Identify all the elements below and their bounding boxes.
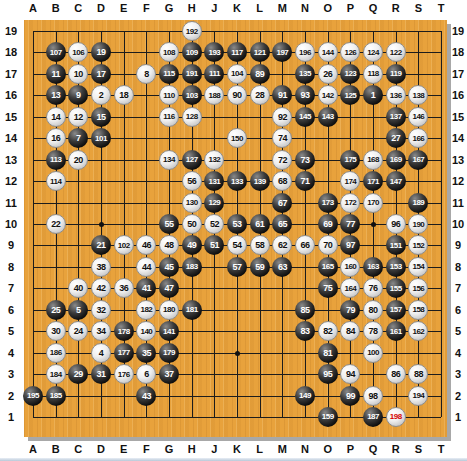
move-number: 98: [369, 391, 378, 401]
move-number: 175: [344, 155, 356, 164]
stone-P6[interactable]: 79: [340, 300, 360, 320]
row-label-right: 3: [455, 368, 461, 380]
move-number: 101: [95, 134, 107, 143]
stone-Q11[interactable]: 170: [363, 193, 383, 213]
row-label-right: 17: [452, 68, 464, 80]
row-label-left: 14: [5, 132, 17, 144]
stone-R5[interactable]: 161: [386, 321, 406, 341]
move-number: 159: [322, 412, 334, 421]
row-label-left: 7: [8, 282, 14, 294]
move-number: 118: [367, 69, 378, 78]
stone-G3[interactable]: 37: [159, 364, 179, 384]
move-number: 31: [96, 369, 105, 379]
move-number: 153: [390, 262, 402, 271]
move-number: 140: [140, 327, 152, 336]
stone-O18[interactable]: 144: [318, 42, 338, 62]
stone-O16[interactable]: 142: [318, 85, 338, 105]
move-number: 94: [346, 369, 355, 379]
move-number: 43: [142, 391, 151, 401]
column-label-top: M: [278, 2, 287, 14]
stone-B3[interactable]: 184: [46, 364, 66, 384]
row-label-left: 18: [5, 46, 17, 58]
stone-C15[interactable]: 12: [68, 107, 88, 127]
move-number: 46: [142, 240, 151, 250]
move-number: 37: [164, 369, 173, 379]
move-number: 44: [142, 262, 151, 272]
move-number: 55: [164, 219, 173, 229]
move-number: 15: [96, 112, 105, 122]
stone-P2[interactable]: 99: [340, 386, 360, 406]
star-point: [235, 351, 240, 356]
move-number: 12: [74, 112, 83, 122]
move-number: 169: [390, 155, 402, 164]
stone-O3[interactable]: 95: [318, 364, 338, 384]
move-number: 110: [163, 91, 174, 100]
move-number: 185: [50, 391, 62, 400]
stone-R6[interactable]: 157: [386, 300, 406, 320]
move-number: 115: [163, 69, 174, 78]
move-number: 95: [323, 369, 332, 379]
move-number: 16: [51, 133, 60, 143]
column-label-bottom: M: [278, 443, 287, 455]
move-number: 100: [367, 348, 379, 357]
stone-R10[interactable]: 96: [386, 214, 406, 234]
move-number: 77: [346, 219, 355, 229]
stone-H13[interactable]: 127: [182, 150, 202, 170]
column-label-bottom: T: [438, 443, 445, 455]
move-number: 57: [232, 262, 241, 272]
stone-O11[interactable]: 173: [318, 193, 338, 213]
move-number: 188: [208, 91, 220, 100]
move-number: 30: [51, 326, 60, 336]
move-number: 108: [163, 48, 175, 57]
column-label-bottom: S: [415, 443, 422, 455]
stone-R9[interactable]: 151: [386, 235, 406, 255]
move-number: 197: [276, 48, 288, 57]
stone-B6[interactable]: 25: [46, 300, 66, 320]
stone-H19[interactable]: 192: [182, 21, 202, 41]
row-label-right: 12: [452, 175, 464, 187]
move-number: 138: [412, 91, 424, 100]
column-label-bottom: F: [143, 443, 150, 455]
column-label-top: O: [323, 2, 332, 14]
stone-E9[interactable]: 102: [114, 235, 134, 255]
stone-D3[interactable]: 31: [91, 364, 111, 384]
stone-G8[interactable]: 45: [159, 257, 179, 277]
move-number: 42: [96, 283, 105, 293]
stone-H12[interactable]: 56: [182, 171, 202, 191]
move-number: 9: [76, 90, 81, 100]
move-number: 114: [50, 177, 61, 186]
row-label-right: 6: [455, 304, 461, 316]
stone-K12[interactable]: 133: [227, 171, 247, 191]
move-number: 2: [99, 90, 104, 100]
move-number: 14: [51, 112, 60, 122]
move-number: 75: [323, 283, 332, 293]
stone-O15[interactable]: 143: [318, 107, 338, 127]
stone-O8[interactable]: 165: [318, 257, 338, 277]
move-number: 63: [278, 262, 287, 272]
move-number: 24: [74, 326, 83, 336]
move-number: 71: [300, 176, 309, 186]
row-label-right: 1: [455, 411, 461, 423]
column-label-bottom: R: [392, 443, 400, 455]
stone-S13[interactable]: 167: [408, 150, 428, 170]
move-number: 61: [255, 219, 264, 229]
row-label-left: 10: [5, 218, 17, 230]
stone-D17[interactable]: 17: [91, 64, 111, 84]
column-label-bottom: Q: [369, 443, 378, 455]
stone-Q1[interactable]: 187: [363, 407, 383, 427]
stone-B4[interactable]: 186: [46, 343, 66, 363]
stone-R17[interactable]: 119: [386, 64, 406, 84]
row-label-right: 19: [452, 25, 464, 37]
stone-Q2[interactable]: 98: [363, 386, 383, 406]
stone-H11[interactable]: 130: [182, 193, 202, 213]
stone-O9[interactable]: 70: [318, 235, 338, 255]
move-number: 191: [186, 69, 198, 78]
stone-O4[interactable]: 81: [318, 343, 338, 363]
move-number: 76: [369, 283, 378, 293]
move-number: 137: [390, 112, 402, 121]
move-number: 106: [72, 48, 84, 57]
stone-K10[interactable]: 53: [227, 214, 247, 234]
stone-N13[interactable]: 73: [295, 150, 315, 170]
stone-H18[interactable]: 109: [182, 42, 202, 62]
stone-R18[interactable]: 122: [386, 42, 406, 62]
move-number: 150: [231, 134, 243, 143]
move-number: 90: [232, 90, 241, 100]
stone-H6[interactable]: 181: [182, 300, 202, 320]
row-label-right: 11: [452, 197, 464, 209]
stone-B5[interactable]: 30: [46, 321, 66, 341]
move-number: 78: [369, 326, 378, 336]
stone-B15[interactable]: 14: [46, 107, 66, 127]
stone-R8[interactable]: 153: [386, 257, 406, 277]
move-number: 166: [412, 134, 424, 143]
stone-F4[interactable]: 35: [136, 343, 156, 363]
stone-N6[interactable]: 85: [295, 300, 315, 320]
move-number: 167: [412, 155, 424, 164]
column-label-top: R: [392, 2, 400, 14]
column-label-bottom: C: [74, 443, 82, 455]
move-number: 145: [299, 112, 311, 121]
column-label-bottom: P: [347, 443, 354, 455]
stone-Q8[interactable]: 163: [363, 257, 383, 277]
move-number: 187: [367, 412, 379, 421]
move-number: 91: [278, 90, 287, 100]
stone-J11[interactable]: 129: [204, 193, 224, 213]
move-number: 73: [300, 155, 309, 165]
stone-O5[interactable]: 82: [318, 321, 338, 341]
row-label-right: 8: [455, 261, 461, 273]
move-number: 79: [346, 305, 355, 315]
stone-J13[interactable]: 132: [204, 150, 224, 170]
stone-N2[interactable]: 149: [295, 386, 315, 406]
move-number: 121: [254, 48, 266, 57]
row-label-right: 18: [452, 46, 464, 58]
stone-C6[interactable]: 5: [68, 300, 88, 320]
move-number: 7: [76, 133, 81, 143]
stone-H17[interactable]: 191: [182, 64, 202, 84]
stone-R15[interactable]: 137: [386, 107, 406, 127]
move-number: 17: [96, 69, 105, 79]
move-number: 58: [255, 240, 264, 250]
stone-R1[interactable]: 198: [386, 407, 406, 427]
move-number: 69: [323, 219, 332, 229]
stone-R13[interactable]: 169: [386, 150, 406, 170]
stone-N12[interactable]: 71: [295, 171, 315, 191]
column-label-top: D: [97, 2, 105, 14]
go-kifu-diagram: AABBCCDDEEFFGGHHJJKKLLMMNNOOPPQQRRSSTT19…: [0, 0, 467, 461]
row-label-left: 11: [5, 197, 17, 209]
move-number: 29: [74, 369, 83, 379]
stone-Q17[interactable]: 118: [363, 64, 383, 84]
stone-B12[interactable]: 114: [46, 171, 66, 191]
move-number: 151: [390, 241, 402, 250]
column-label-top: P: [347, 2, 354, 14]
stone-K8[interactable]: 57: [227, 257, 247, 277]
row-label-left: 16: [5, 89, 17, 101]
stone-Q4[interactable]: 100: [363, 343, 383, 363]
move-number: 99: [346, 391, 355, 401]
column-label-bottom: L: [256, 443, 263, 455]
stone-L12[interactable]: 139: [250, 171, 270, 191]
move-number: 111: [209, 69, 220, 78]
move-number: 72: [278, 155, 287, 165]
stone-R12[interactable]: 147: [386, 171, 406, 191]
row-label-right: 10: [452, 218, 464, 230]
stone-G10[interactable]: 55: [159, 214, 179, 234]
stone-E4[interactable]: 177: [114, 343, 134, 363]
move-number: 180: [163, 305, 175, 314]
move-number: 168: [367, 155, 379, 164]
stone-H15[interactable]: 128: [182, 107, 202, 127]
stone-H16[interactable]: 103: [182, 85, 202, 105]
move-number: 26: [323, 69, 332, 79]
stone-M11[interactable]: 67: [272, 193, 292, 213]
stone-C13[interactable]: 20: [68, 150, 88, 170]
stone-B2[interactable]: 185: [46, 386, 66, 406]
column-label-top: H: [188, 2, 196, 14]
move-number: 136: [390, 91, 402, 100]
move-number: 164: [344, 284, 356, 293]
move-number: 41: [142, 283, 151, 293]
move-number: 21: [96, 240, 105, 250]
stone-H10[interactable]: 50: [182, 214, 202, 234]
stone-N17[interactable]: 135: [295, 64, 315, 84]
stone-B10[interactable]: 22: [46, 214, 66, 234]
move-number: 139: [254, 177, 266, 186]
move-number: 161: [390, 327, 402, 336]
stone-O17[interactable]: 26: [318, 64, 338, 84]
column-label-top: N: [301, 2, 309, 14]
column-label-bottom: H: [188, 443, 196, 455]
stone-K17[interactable]: 104: [227, 64, 247, 84]
last-move-number: 198: [390, 412, 402, 421]
stone-N15[interactable]: 145: [295, 107, 315, 127]
row-label-left: 3: [8, 368, 14, 380]
stone-P11[interactable]: 172: [340, 193, 360, 213]
move-number: 66: [300, 240, 309, 250]
stone-G6[interactable]: 180: [159, 300, 179, 320]
row-label-left: 9: [8, 239, 14, 251]
column-label-bottom: O: [323, 443, 332, 455]
move-number: 189: [412, 198, 424, 207]
stone-H8[interactable]: 183: [182, 257, 202, 277]
column-label-top: K: [233, 2, 241, 14]
stone-L18[interactable]: 121: [250, 42, 270, 62]
move-number: 152: [412, 241, 424, 250]
stone-S11[interactable]: 189: [408, 193, 428, 213]
stone-L10[interactable]: 61: [250, 214, 270, 234]
row-label-left: 19: [5, 25, 17, 37]
stone-B14[interactable]: 16: [46, 128, 66, 148]
row-label-right: 16: [452, 89, 464, 101]
stone-L17[interactable]: 89: [250, 64, 270, 84]
move-number: 10: [74, 69, 83, 79]
move-number: 102: [118, 241, 130, 250]
row-label-left: 4: [8, 347, 14, 359]
move-number: 5: [76, 305, 81, 315]
column-label-bottom: G: [165, 443, 174, 455]
stone-B16[interactable]: 13: [46, 85, 66, 105]
move-number: 22: [51, 219, 60, 229]
move-number: 52: [210, 219, 219, 229]
move-number: 86: [391, 369, 400, 379]
move-number: 156: [412, 284, 424, 293]
stone-O1[interactable]: 159: [318, 407, 338, 427]
stone-R7[interactable]: 155: [386, 278, 406, 298]
move-number: 45: [164, 262, 173, 272]
move-number: 177: [118, 348, 130, 357]
move-number: 74: [278, 133, 287, 143]
row-label-right: 14: [452, 132, 464, 144]
stone-L16[interactable]: 28: [250, 85, 270, 105]
stone-S2[interactable]: 194: [408, 386, 428, 406]
stone-R16[interactable]: 136: [386, 85, 406, 105]
move-number: 119: [390, 69, 401, 78]
row-label-left: 1: [8, 411, 14, 423]
move-number: 56: [187, 176, 196, 186]
move-number: 27: [391, 133, 400, 143]
stone-E7[interactable]: 36: [114, 278, 134, 298]
move-number: 141: [163, 327, 175, 336]
stone-G13[interactable]: 134: [159, 150, 179, 170]
stone-Q6[interactable]: 80: [363, 300, 383, 320]
stone-E5[interactable]: 178: [114, 321, 134, 341]
stone-A2[interactable]: 195: [23, 386, 43, 406]
stone-L9[interactable]: 58: [250, 235, 270, 255]
move-number: 38: [96, 262, 105, 272]
move-number: 196: [299, 48, 311, 57]
column-label-top: C: [74, 2, 82, 14]
column-label-bottom: E: [120, 443, 127, 455]
stone-E16[interactable]: 18: [114, 85, 134, 105]
move-number: 113: [50, 155, 61, 164]
stone-B17[interactable]: 11: [46, 64, 66, 84]
stone-D6[interactable]: 32: [91, 300, 111, 320]
move-number: 160: [344, 262, 356, 271]
move-number: 54: [232, 240, 241, 250]
stone-B18[interactable]: 107: [46, 42, 66, 62]
move-number: 170: [367, 198, 379, 207]
stone-O7[interactable]: 75: [318, 278, 338, 298]
stone-R3[interactable]: 86: [386, 364, 406, 384]
stone-G17[interactable]: 115: [159, 64, 179, 84]
move-number: 124: [367, 48, 379, 57]
stone-M13[interactable]: 72: [272, 150, 292, 170]
stone-O10[interactable]: 69: [318, 214, 338, 234]
row-label-left: 6: [8, 304, 14, 316]
column-label-top: S: [415, 2, 422, 14]
move-number: 163: [367, 262, 379, 271]
move-number: 11: [51, 69, 60, 79]
move-number: 32: [96, 305, 105, 315]
stone-G4[interactable]: 179: [159, 343, 179, 363]
move-number: 20: [74, 155, 83, 165]
move-number: 172: [344, 198, 356, 207]
move-number: 19: [96, 47, 105, 57]
move-number: 88: [414, 369, 423, 379]
stone-D4[interactable]: 4: [91, 343, 111, 363]
row-label-left: 12: [5, 175, 17, 187]
column-label-bottom: J: [211, 443, 217, 455]
column-label-bottom: K: [233, 443, 241, 455]
stone-D8[interactable]: 38: [91, 257, 111, 277]
move-number: 131: [208, 177, 220, 186]
stone-G15[interactable]: 116: [159, 107, 179, 127]
column-label-top: G: [165, 2, 174, 14]
move-number: 13: [51, 90, 60, 100]
move-number: 1: [371, 90, 376, 100]
move-number: 195: [27, 391, 39, 400]
move-number: 183: [186, 262, 198, 271]
move-number: 104: [231, 69, 243, 78]
stone-S6[interactable]: 158: [408, 300, 428, 320]
row-label-left: 2: [8, 390, 14, 402]
move-number: 143: [322, 112, 334, 121]
move-number: 122: [390, 48, 402, 57]
column-label-top: J: [211, 2, 217, 14]
stone-F2[interactable]: 43: [136, 386, 156, 406]
move-number: 47: [164, 283, 173, 293]
stone-Q13[interactable]: 168: [363, 150, 383, 170]
move-number: 158: [412, 305, 424, 314]
move-number: 62: [278, 240, 287, 250]
column-label-top: B: [52, 2, 60, 14]
stone-D15[interactable]: 15: [91, 107, 111, 127]
move-number: 190: [412, 220, 424, 229]
move-number: 34: [96, 326, 105, 336]
move-number: 173: [322, 198, 334, 207]
move-number: 193: [208, 48, 220, 57]
move-number: 171: [367, 177, 379, 186]
move-number: 80: [369, 305, 378, 315]
stone-H9[interactable]: 49: [182, 235, 202, 255]
stone-L8[interactable]: 59: [250, 257, 270, 277]
move-number: 130: [186, 198, 198, 207]
stone-F6[interactable]: 182: [136, 300, 156, 320]
stone-B13[interactable]: 113: [46, 150, 66, 170]
move-number: 194: [412, 391, 424, 400]
column-label-bottom: N: [301, 443, 309, 455]
move-number: 67: [278, 198, 287, 208]
column-label-top: L: [256, 2, 263, 14]
stone-E3[interactable]: 176: [114, 364, 134, 384]
stone-R14[interactable]: 27: [386, 128, 406, 148]
stone-P13[interactable]: 175: [340, 150, 360, 170]
